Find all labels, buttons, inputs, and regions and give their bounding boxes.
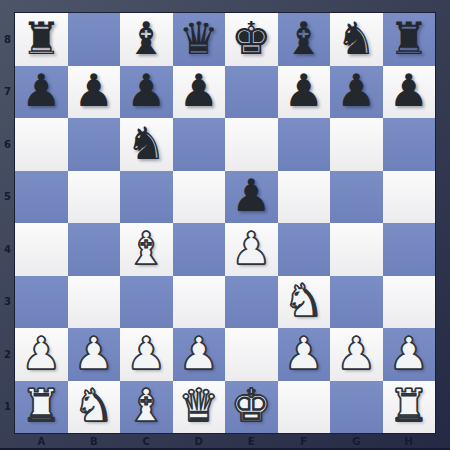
black-bishop-piece[interactable]: ♝ [284, 16, 324, 61]
black-rook-piece[interactable]: ♜ [389, 16, 429, 61]
square-c6[interactable]: ♞ [120, 118, 173, 171]
file-label-d: D [173, 433, 226, 449]
square-h4[interactable] [383, 223, 436, 276]
white-rook-piece[interactable]: ♜ [389, 383, 429, 428]
black-pawn-piece[interactable]: ♟ [74, 68, 114, 113]
square-b7[interactable]: ♟ [68, 66, 121, 119]
square-b1[interactable]: ♞ [68, 381, 121, 434]
square-b2[interactable]: ♟ [68, 328, 121, 381]
square-g7[interactable]: ♟ [330, 66, 383, 119]
square-a6[interactable] [15, 118, 68, 171]
white-knight-piece[interactable]: ♞ [284, 278, 324, 323]
rank-label-6: 6 [0, 118, 15, 171]
black-pawn-piece[interactable]: ♟ [389, 68, 429, 113]
black-knight-piece[interactable]: ♞ [336, 16, 376, 61]
square-e4[interactable]: ♟ [225, 223, 278, 276]
square-a2[interactable]: ♟ [15, 328, 68, 381]
white-bishop-piece[interactable]: ♝ [126, 226, 166, 271]
square-g5[interactable] [330, 171, 383, 224]
black-pawn-piece[interactable]: ♟ [179, 68, 219, 113]
square-c5[interactable] [120, 171, 173, 224]
rank-label-3: 3 [0, 276, 15, 329]
black-pawn-piece[interactable]: ♟ [336, 68, 376, 113]
white-pawn-piece[interactable]: ♟ [389, 331, 429, 376]
chess-board[interactable]: ♜♝♛♚♝♞♜♟♟♟♟♟♟♟♞♟♝♟♞♟♟♟♟♟♟♟♜♞♝♛♚♜ [15, 13, 435, 433]
square-b4[interactable] [68, 223, 121, 276]
square-d3[interactable] [173, 276, 226, 329]
white-pawn-piece[interactable]: ♟ [336, 331, 376, 376]
square-h2[interactable]: ♟ [383, 328, 436, 381]
black-queen-piece[interactable]: ♛ [179, 16, 219, 61]
square-h7[interactable]: ♟ [383, 66, 436, 119]
square-g6[interactable] [330, 118, 383, 171]
square-f5[interactable] [278, 171, 331, 224]
square-e8[interactable]: ♚ [225, 13, 278, 66]
square-g1[interactable] [330, 381, 383, 434]
white-pawn-piece[interactable]: ♟ [231, 226, 271, 271]
square-c2[interactable]: ♟ [120, 328, 173, 381]
black-pawn-piece[interactable]: ♟ [126, 68, 166, 113]
square-a5[interactable] [15, 171, 68, 224]
square-e7[interactable] [225, 66, 278, 119]
square-g4[interactable] [330, 223, 383, 276]
board-frame: 87654321 ♜♝♛♚♝♞♜♟♟♟♟♟♟♟♞♟♝♟♞♟♟♟♟♟♟♟♜♞♝♛♚… [0, 0, 450, 450]
white-pawn-piece[interactable]: ♟ [179, 331, 219, 376]
black-pawn-piece[interactable]: ♟ [284, 68, 324, 113]
square-h5[interactable] [383, 171, 436, 224]
square-a3[interactable] [15, 276, 68, 329]
square-a7[interactable]: ♟ [15, 66, 68, 119]
file-label-h: H [383, 433, 436, 449]
file-labels: ABCDEFGH [15, 433, 435, 449]
white-pawn-piece[interactable]: ♟ [21, 331, 61, 376]
square-a4[interactable] [15, 223, 68, 276]
black-pawn-piece[interactable]: ♟ [231, 173, 271, 218]
square-e2[interactable] [225, 328, 278, 381]
rank-labels: 87654321 [0, 13, 15, 433]
white-knight-piece[interactable]: ♞ [74, 383, 114, 428]
square-e5[interactable]: ♟ [225, 171, 278, 224]
square-d6[interactable] [173, 118, 226, 171]
square-f3[interactable]: ♞ [278, 276, 331, 329]
square-c1[interactable]: ♝ [120, 381, 173, 434]
black-knight-piece[interactable]: ♞ [126, 121, 166, 166]
square-c4[interactable]: ♝ [120, 223, 173, 276]
rank-label-8: 8 [0, 13, 15, 66]
square-f8[interactable]: ♝ [278, 13, 331, 66]
black-pawn-piece[interactable]: ♟ [21, 68, 61, 113]
square-b8[interactable] [68, 13, 121, 66]
square-f2[interactable]: ♟ [278, 328, 331, 381]
rank-label-5: 5 [0, 171, 15, 224]
file-label-f: F [278, 433, 331, 449]
white-pawn-piece[interactable]: ♟ [74, 331, 114, 376]
file-label-c: C [120, 433, 173, 449]
square-c8[interactable]: ♝ [120, 13, 173, 66]
rank-label-2: 2 [0, 328, 15, 381]
square-h8[interactable]: ♜ [383, 13, 436, 66]
square-e6[interactable] [225, 118, 278, 171]
black-king-piece[interactable]: ♚ [231, 16, 271, 61]
rank-label-7: 7 [0, 66, 15, 119]
white-pawn-piece[interactable]: ♟ [284, 331, 324, 376]
white-bishop-piece[interactable]: ♝ [126, 383, 166, 428]
file-label-b: B [68, 433, 121, 449]
square-d5[interactable] [173, 171, 226, 224]
white-queen-piece[interactable]: ♛ [179, 383, 219, 428]
square-a1[interactable]: ♜ [15, 381, 68, 434]
square-d4[interactable] [173, 223, 226, 276]
square-c3[interactable] [120, 276, 173, 329]
white-rook-piece[interactable]: ♜ [21, 383, 61, 428]
square-a8[interactable]: ♜ [15, 13, 68, 66]
square-f7[interactable]: ♟ [278, 66, 331, 119]
square-d8[interactable]: ♛ [173, 13, 226, 66]
square-g2[interactable]: ♟ [330, 328, 383, 381]
square-f6[interactable] [278, 118, 331, 171]
white-pawn-piece[interactable]: ♟ [126, 331, 166, 376]
square-f1[interactable] [278, 381, 331, 434]
square-e3[interactable] [225, 276, 278, 329]
square-b5[interactable] [68, 171, 121, 224]
file-label-a: A [15, 433, 68, 449]
black-rook-piece[interactable]: ♜ [21, 16, 61, 61]
file-label-g: G [330, 433, 383, 449]
square-h1[interactable]: ♜ [383, 381, 436, 434]
square-g3[interactable] [330, 276, 383, 329]
rank-label-4: 4 [0, 223, 15, 276]
square-d2[interactable]: ♟ [173, 328, 226, 381]
square-g8[interactable]: ♞ [330, 13, 383, 66]
square-b6[interactable] [68, 118, 121, 171]
square-h6[interactable] [383, 118, 436, 171]
square-c7[interactable]: ♟ [120, 66, 173, 119]
square-h3[interactable] [383, 276, 436, 329]
square-f4[interactable] [278, 223, 331, 276]
square-d7[interactable]: ♟ [173, 66, 226, 119]
square-e1[interactable]: ♚ [225, 381, 278, 434]
black-bishop-piece[interactable]: ♝ [126, 16, 166, 61]
square-d1[interactable]: ♛ [173, 381, 226, 434]
white-king-piece[interactable]: ♚ [231, 383, 271, 428]
file-label-e: E [225, 433, 278, 449]
square-b3[interactable] [68, 276, 121, 329]
rank-label-1: 1 [0, 381, 15, 434]
